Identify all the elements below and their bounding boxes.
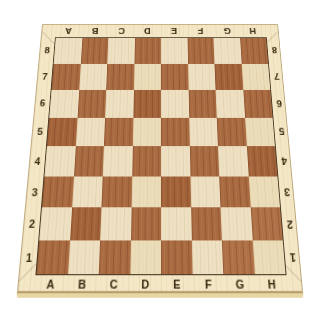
chessboard-photo: ABCDEFGH ABCDEFGH 87654321 87654321 [0,0,320,320]
square-f6 [188,90,216,118]
square-b8 [80,38,108,63]
square-e3 [161,176,191,207]
square-d2 [131,207,161,240]
square-b2 [70,207,102,240]
square-f8 [187,38,214,63]
file-label-top-h: H [239,25,266,38]
square-b3 [72,176,103,207]
square-a5 [47,117,77,146]
square-g5 [217,117,247,146]
square-c4 [103,146,133,176]
square-h8 [240,38,268,63]
rank-label-right-6: 6 [271,89,287,117]
board-side-edge [16,292,303,298]
square-e2 [161,207,191,240]
square-a1 [36,240,69,274]
square-g3 [219,176,250,207]
file-label-bottom-g: G [224,275,257,293]
square-c8 [107,38,134,63]
file-label-top-e: E [161,25,187,38]
rank-label-right-1: 1 [284,241,303,275]
square-b5 [75,117,105,146]
square-f5 [189,117,218,146]
square-d1 [130,240,161,274]
square-e7 [161,63,188,89]
square-f7 [188,63,216,89]
square-b4 [74,146,104,176]
square-h4 [246,146,277,176]
square-c3 [101,176,131,207]
file-label-bottom-f: F [192,275,224,293]
square-d6 [133,90,161,118]
square-e1 [161,240,192,274]
square-d4 [132,146,161,176]
square-h7 [241,63,270,89]
file-label-bottom-e: E [161,275,193,293]
square-g6 [216,90,245,118]
rank-label-right-8: 8 [267,37,283,63]
square-f2 [191,207,222,240]
square-a4 [44,146,75,176]
square-h1 [252,240,285,274]
square-h2 [250,207,282,240]
square-h6 [243,90,273,118]
rank-label-right-2: 2 [281,208,299,241]
rank-label-right-5: 5 [273,117,290,146]
square-c7 [106,63,134,89]
square-f1 [191,240,223,274]
square-g1 [222,240,255,274]
square-a8 [54,38,82,63]
file-label-top-f: F [187,25,214,38]
square-c2 [100,207,131,240]
square-f4 [189,146,219,176]
square-e6 [161,90,189,118]
square-a6 [49,90,79,118]
square-d3 [131,176,161,207]
square-d7 [134,63,161,89]
file-label-bottom-b: B [66,275,99,293]
file-label-bottom-c: C [97,275,129,293]
square-b1 [68,240,101,274]
square-a7 [51,63,80,89]
file-label-top-g: G [213,25,240,38]
rank-label-right-3: 3 [278,176,296,208]
rank-label-right-4: 4 [276,146,293,176]
square-g2 [220,207,252,240]
file-label-top-a: A [55,25,82,38]
file-label-bottom-d: D [129,275,161,293]
file-label-bottom-a: A [34,275,67,293]
square-g4 [218,146,248,176]
square-h3 [248,176,280,207]
rank-label-right-7: 7 [269,63,285,90]
square-b7 [79,63,107,89]
board-frame: ABCDEFGH ABCDEFGH 87654321 87654321 [17,24,303,292]
square-b6 [77,90,106,118]
chessboard: ABCDEFGH ABCDEFGH 87654321 87654321 [17,24,304,297]
square-c5 [104,117,133,146]
file-label-top-c: C [108,25,135,38]
file-label-bottom-h: H [255,275,288,293]
square-e4 [161,146,190,176]
file-label-top-d: D [134,25,160,38]
file-labels-bottom: ABCDEFGH [34,275,288,293]
square-h5 [245,117,275,146]
square-g8 [213,38,241,63]
file-labels-top: ABCDEFGH [55,25,267,38]
square-a2 [39,207,71,240]
file-label-top-b: B [81,25,108,38]
square-e5 [161,117,190,146]
square-d8 [134,38,161,63]
square-g7 [214,63,242,89]
square-e8 [161,38,188,63]
square-c6 [105,90,133,118]
square-c1 [99,240,131,274]
board-squares [35,37,286,275]
square-d5 [132,117,161,146]
square-a3 [42,176,74,207]
square-f3 [190,176,220,207]
